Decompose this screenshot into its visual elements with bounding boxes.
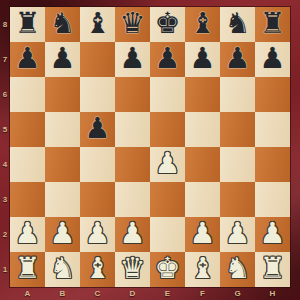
square-h5[interactable] [255, 112, 290, 147]
chessboard-frame: ♜♞♝♛♚♝♞♜♟♟♟♟♟♟♟♟♟♟♟♟♟♟♟♟♜♞♝♛♚♝♞♜ 8765432… [0, 0, 300, 300]
white-bishop-icon: ♝ [190, 254, 216, 283]
square-d6[interactable] [115, 77, 150, 112]
square-h7[interactable]: ♟ [255, 42, 290, 77]
white-pawn-icon: ♟ [50, 219, 76, 248]
rank-label-2: 2 [0, 217, 10, 252]
file-labels: ABCDEFGH [10, 287, 290, 300]
square-g5[interactable] [220, 112, 255, 147]
square-f3[interactable] [185, 182, 220, 217]
rank-label-4: 4 [0, 147, 10, 182]
square-e7[interactable]: ♟ [150, 42, 185, 77]
square-g7[interactable]: ♟ [220, 42, 255, 77]
square-c8[interactable]: ♝ [80, 7, 115, 42]
white-rook-icon: ♜ [260, 254, 286, 283]
square-d7[interactable]: ♟ [115, 42, 150, 77]
white-knight-icon: ♞ [225, 254, 251, 283]
square-b8[interactable]: ♞ [45, 7, 80, 42]
black-knight-icon: ♞ [225, 9, 251, 38]
square-b1[interactable]: ♞ [45, 252, 80, 287]
rank-label-6: 6 [0, 77, 10, 112]
black-rook-icon: ♜ [15, 9, 41, 38]
square-a5[interactable] [10, 112, 45, 147]
square-d1[interactable]: ♛ [115, 252, 150, 287]
square-h2[interactable]: ♟ [255, 217, 290, 252]
square-c5[interactable]: ♟ [80, 112, 115, 147]
square-b5[interactable] [45, 112, 80, 147]
square-g1[interactable]: ♞ [220, 252, 255, 287]
file-label-g: G [220, 287, 255, 300]
square-a6[interactable] [10, 77, 45, 112]
black-pawn-icon: ♟ [225, 44, 251, 73]
square-e5[interactable] [150, 112, 185, 147]
square-f1[interactable]: ♝ [185, 252, 220, 287]
black-rook-icon: ♜ [260, 9, 286, 38]
square-d8[interactable]: ♛ [115, 7, 150, 42]
white-pawn-icon: ♟ [260, 219, 286, 248]
file-label-d: D [115, 287, 150, 300]
black-pawn-icon: ♟ [190, 44, 216, 73]
square-d3[interactable] [115, 182, 150, 217]
black-bishop-icon: ♝ [85, 9, 111, 38]
square-d5[interactable] [115, 112, 150, 147]
square-a7[interactable]: ♟ [10, 42, 45, 77]
rank-label-3: 3 [0, 182, 10, 217]
square-g8[interactable]: ♞ [220, 7, 255, 42]
square-g3[interactable] [220, 182, 255, 217]
white-knight-icon: ♞ [50, 254, 76, 283]
square-h6[interactable] [255, 77, 290, 112]
white-pawn-icon: ♟ [190, 219, 216, 248]
square-e4[interactable]: ♟ [150, 147, 185, 182]
square-b3[interactable] [45, 182, 80, 217]
white-pawn-icon: ♟ [155, 149, 181, 178]
square-c2[interactable]: ♟ [80, 217, 115, 252]
square-a1[interactable]: ♜ [10, 252, 45, 287]
black-pawn-icon: ♟ [120, 44, 146, 73]
file-label-e: E [150, 287, 185, 300]
board-grid: ♜♞♝♛♚♝♞♜♟♟♟♟♟♟♟♟♟♟♟♟♟♟♟♟♜♞♝♛♚♝♞♜ [10, 7, 290, 287]
square-h1[interactable]: ♜ [255, 252, 290, 287]
rank-label-7: 7 [0, 42, 10, 77]
square-a2[interactable]: ♟ [10, 217, 45, 252]
rank-label-8: 8 [0, 7, 10, 42]
white-pawn-icon: ♟ [120, 219, 146, 248]
square-b4[interactable] [45, 147, 80, 182]
square-c4[interactable] [80, 147, 115, 182]
square-a3[interactable] [10, 182, 45, 217]
file-label-a: A [10, 287, 45, 300]
white-pawn-icon: ♟ [15, 219, 41, 248]
file-label-c: C [80, 287, 115, 300]
file-label-f: F [185, 287, 220, 300]
rank-label-1: 1 [0, 252, 10, 287]
square-b6[interactable] [45, 77, 80, 112]
square-h3[interactable] [255, 182, 290, 217]
black-queen-icon: ♛ [120, 9, 146, 38]
black-pawn-icon: ♟ [15, 44, 41, 73]
square-g4[interactable] [220, 147, 255, 182]
file-label-b: B [45, 287, 80, 300]
white-queen-icon: ♛ [120, 254, 146, 283]
rank-labels: 87654321 [0, 7, 10, 287]
white-rook-icon: ♜ [15, 254, 41, 283]
file-label-h: H [255, 287, 290, 300]
black-pawn-icon: ♟ [155, 44, 181, 73]
square-f6[interactable] [185, 77, 220, 112]
white-king-icon: ♚ [155, 254, 181, 283]
black-knight-icon: ♞ [50, 9, 76, 38]
white-pawn-icon: ♟ [85, 219, 111, 248]
square-b7[interactable]: ♟ [45, 42, 80, 77]
square-a8[interactable]: ♜ [10, 7, 45, 42]
square-g2[interactable]: ♟ [220, 217, 255, 252]
black-bishop-icon: ♝ [190, 9, 216, 38]
rank-label-5: 5 [0, 112, 10, 147]
square-f4[interactable] [185, 147, 220, 182]
square-e6[interactable] [150, 77, 185, 112]
square-b2[interactable]: ♟ [45, 217, 80, 252]
white-pawn-icon: ♟ [225, 219, 251, 248]
square-h8[interactable]: ♜ [255, 7, 290, 42]
square-e3[interactable] [150, 182, 185, 217]
square-a4[interactable] [10, 147, 45, 182]
black-king-icon: ♚ [155, 9, 181, 38]
square-f2[interactable]: ♟ [185, 217, 220, 252]
square-f5[interactable] [185, 112, 220, 147]
square-f8[interactable]: ♝ [185, 7, 220, 42]
square-c1[interactable]: ♝ [80, 252, 115, 287]
square-e2[interactable] [150, 217, 185, 252]
square-e8[interactable]: ♚ [150, 7, 185, 42]
square-e1[interactable]: ♚ [150, 252, 185, 287]
square-c3[interactable] [80, 182, 115, 217]
square-c7[interactable] [80, 42, 115, 77]
black-pawn-icon: ♟ [260, 44, 286, 73]
white-bishop-icon: ♝ [85, 254, 111, 283]
black-pawn-icon: ♟ [85, 114, 111, 143]
square-d4[interactable] [115, 147, 150, 182]
square-h4[interactable] [255, 147, 290, 182]
square-f7[interactable]: ♟ [185, 42, 220, 77]
black-pawn-icon: ♟ [50, 44, 76, 73]
square-c6[interactable] [80, 77, 115, 112]
square-g6[interactable] [220, 77, 255, 112]
square-d2[interactable]: ♟ [115, 217, 150, 252]
